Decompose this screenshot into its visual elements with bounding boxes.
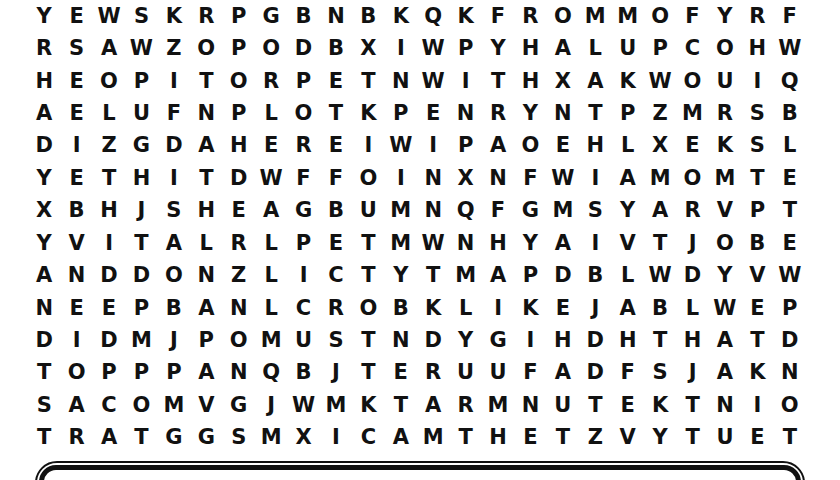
grid-cell[interactable]: R — [223, 227, 255, 259]
grid-cell[interactable]: O — [190, 32, 222, 64]
grid-cell[interactable]: T — [417, 259, 449, 291]
grid-cell[interactable]: E — [547, 292, 579, 324]
grid-cell[interactable]: T — [579, 97, 611, 129]
grid-cell[interactable]: U — [449, 357, 481, 389]
grid-cell[interactable]: W — [93, 0, 125, 32]
grid-cell[interactable]: Y — [449, 324, 481, 356]
grid-cell[interactable]: U — [482, 357, 514, 389]
grid-cell[interactable]: G — [514, 195, 546, 227]
grid-cell[interactable]: N — [385, 324, 417, 356]
grid-cell[interactable]: E — [612, 389, 644, 421]
grid-cell[interactable]: W — [774, 32, 806, 64]
grid-cell[interactable]: O — [709, 227, 741, 259]
grid-cell[interactable]: P — [514, 259, 546, 291]
grid-cell[interactable]: B — [385, 292, 417, 324]
grid-cell[interactable]: N — [449, 227, 481, 259]
grid-cell[interactable]: H — [190, 195, 222, 227]
grid-cell[interactable]: P — [223, 97, 255, 129]
grid-cell[interactable]: T — [774, 422, 806, 454]
grid-cell[interactable]: H — [28, 65, 60, 97]
grid-cell[interactable]: O — [514, 130, 546, 162]
grid-cell[interactable]: I — [417, 130, 449, 162]
grid-cell[interactable]: P — [741, 195, 773, 227]
grid-cell[interactable]: Z — [644, 97, 676, 129]
grid-cell[interactable]: W — [709, 292, 741, 324]
grid-cell[interactable]: F — [482, 195, 514, 227]
grid-cell[interactable]: W — [644, 259, 676, 291]
grid-cell[interactable]: Y — [28, 0, 60, 32]
grid-cell[interactable]: S — [579, 195, 611, 227]
grid-cell[interactable]: X — [547, 65, 579, 97]
grid-cell[interactable]: J — [320, 357, 352, 389]
grid-cell[interactable]: D — [28, 324, 60, 356]
grid-cell[interactable]: Y — [28, 227, 60, 259]
grid-cell[interactable]: A — [93, 422, 125, 454]
grid-cell[interactable]: Y — [28, 162, 60, 194]
grid-cell[interactable]: O — [125, 389, 157, 421]
grid-cell[interactable]: K — [741, 357, 773, 389]
grid-cell[interactable]: D — [223, 162, 255, 194]
grid-cell[interactable]: A — [190, 130, 222, 162]
grid-cell[interactable]: A — [709, 324, 741, 356]
grid-cell[interactable]: A — [28, 259, 60, 291]
grid-cell[interactable]: P — [223, 0, 255, 32]
grid-cell[interactable]: O — [287, 97, 319, 129]
grid-cell[interactable]: L — [449, 292, 481, 324]
grid-cell[interactable]: X — [28, 195, 60, 227]
grid-cell[interactable]: D — [158, 130, 190, 162]
grid-cell[interactable]: I — [93, 227, 125, 259]
grid-cell[interactable]: T — [93, 162, 125, 194]
grid-cell[interactable]: C — [352, 422, 384, 454]
grid-cell[interactable]: F — [676, 0, 708, 32]
grid-cell[interactable]: E — [320, 130, 352, 162]
grid-cell[interactable]: S — [223, 422, 255, 454]
grid-cell[interactable]: N — [417, 195, 449, 227]
grid-cell[interactable]: T — [644, 324, 676, 356]
grid-cell[interactable]: W — [644, 65, 676, 97]
grid-cell[interactable]: H — [93, 195, 125, 227]
grid-cell[interactable]: M — [417, 422, 449, 454]
grid-cell[interactable]: O — [676, 162, 708, 194]
grid-cell[interactable]: I — [60, 324, 92, 356]
grid-cell[interactable]: K — [352, 97, 384, 129]
grid-cell[interactable]: B — [741, 227, 773, 259]
grid-cell[interactable]: W — [385, 130, 417, 162]
grid-cell[interactable]: P — [287, 227, 319, 259]
grid-cell[interactable]: T — [676, 389, 708, 421]
grid-cell[interactable]: U — [612, 32, 644, 64]
grid-cell[interactable]: A — [579, 65, 611, 97]
grid-cell[interactable]: B — [158, 292, 190, 324]
grid-cell[interactable]: I — [741, 65, 773, 97]
grid-cell[interactable]: K — [514, 292, 546, 324]
grid-cell[interactable]: P — [223, 32, 255, 64]
grid-cell[interactable]: A — [644, 195, 676, 227]
grid-cell[interactable]: L — [255, 259, 287, 291]
grid-cell[interactable]: M — [547, 195, 579, 227]
grid-cell[interactable]: Y — [482, 32, 514, 64]
grid-cell[interactable]: E — [385, 357, 417, 389]
grid-cell[interactable]: R — [709, 97, 741, 129]
grid-cell[interactable]: P — [93, 357, 125, 389]
grid-cell[interactable]: U — [709, 422, 741, 454]
grid-cell[interactable]: O — [352, 292, 384, 324]
grid-cell[interactable]: Z — [93, 130, 125, 162]
grid-cell[interactable]: C — [320, 259, 352, 291]
grid-cell[interactable]: O — [547, 0, 579, 32]
grid-cell[interactable]: H — [125, 162, 157, 194]
grid-cell[interactable]: S — [741, 97, 773, 129]
grid-cell[interactable]: K — [352, 389, 384, 421]
grid-cell[interactable]: V — [612, 227, 644, 259]
grid-cell[interactable]: H — [514, 65, 546, 97]
grid-cell[interactable]: N — [223, 357, 255, 389]
grid-cell[interactable]: V — [741, 259, 773, 291]
grid-cell[interactable]: A — [547, 357, 579, 389]
grid-cell[interactable]: N — [547, 97, 579, 129]
grid-cell[interactable]: E — [676, 130, 708, 162]
grid-cell[interactable]: M — [320, 389, 352, 421]
grid-cell[interactable]: T — [352, 357, 384, 389]
grid-cell[interactable]: A — [93, 32, 125, 64]
grid-cell[interactable]: M — [255, 324, 287, 356]
grid-cell[interactable]: T — [644, 227, 676, 259]
grid-cell[interactable]: A — [482, 130, 514, 162]
grid-cell[interactable]: Y — [514, 97, 546, 129]
grid-cell[interactable]: N — [385, 65, 417, 97]
grid-cell[interactable]: T — [676, 422, 708, 454]
grid-cell[interactable]: S — [644, 357, 676, 389]
grid-cell[interactable]: F — [287, 162, 319, 194]
grid-cell[interactable]: W — [774, 259, 806, 291]
grid-cell[interactable]: H — [612, 324, 644, 356]
grid-cell[interactable]: P — [125, 65, 157, 97]
grid-cell[interactable]: X — [449, 162, 481, 194]
grid-cell[interactable]: I — [60, 130, 92, 162]
grid-cell[interactable]: C — [287, 292, 319, 324]
grid-cell[interactable]: E — [320, 227, 352, 259]
grid-cell[interactable]: I — [158, 162, 190, 194]
grid-cell[interactable]: B — [774, 97, 806, 129]
grid-cell[interactable]: W — [547, 162, 579, 194]
grid-cell[interactable]: K — [417, 292, 449, 324]
grid-cell[interactable]: I — [320, 422, 352, 454]
grid-cell[interactable]: W — [125, 32, 157, 64]
grid-cell[interactable]: U — [547, 389, 579, 421]
grid-cell[interactable]: T — [547, 422, 579, 454]
grid-cell[interactable]: Y — [644, 422, 676, 454]
grid-cell[interactable]: M — [255, 422, 287, 454]
grid-cell[interactable]: T — [320, 97, 352, 129]
grid-cell[interactable]: F — [158, 97, 190, 129]
grid-cell[interactable]: N — [190, 259, 222, 291]
grid-cell[interactable]: S — [158, 195, 190, 227]
grid-cell[interactable]: E — [547, 130, 579, 162]
grid-cell[interactable]: V — [709, 195, 741, 227]
grid-cell[interactable]: A — [60, 389, 92, 421]
grid-cell[interactable]: L — [676, 292, 708, 324]
grid-cell[interactable]: Q — [417, 0, 449, 32]
grid-cell[interactable]: E — [774, 162, 806, 194]
grid-cell[interactable]: Y — [385, 259, 417, 291]
grid-cell[interactable]: M — [612, 0, 644, 32]
grid-cell[interactable]: M — [125, 324, 157, 356]
grid-cell[interactable]: E — [223, 195, 255, 227]
grid-cell[interactable]: R — [676, 195, 708, 227]
grid-cell[interactable]: A — [547, 32, 579, 64]
grid-cell[interactable]: D — [287, 32, 319, 64]
grid-cell[interactable]: A — [547, 227, 579, 259]
grid-cell[interactable]: N — [514, 389, 546, 421]
grid-cell[interactable]: P — [449, 32, 481, 64]
grid-cell[interactable]: T — [482, 65, 514, 97]
grid-cell[interactable]: D — [28, 130, 60, 162]
grid-cell[interactable]: O — [223, 324, 255, 356]
grid-cell[interactable]: T — [190, 65, 222, 97]
grid-cell[interactable]: P — [125, 292, 157, 324]
grid-cell[interactable]: V — [190, 389, 222, 421]
grid-cell[interactable]: K — [158, 0, 190, 32]
grid-cell[interactable]: K — [644, 389, 676, 421]
grid-cell[interactable]: H — [482, 227, 514, 259]
grid-cell[interactable]: R — [482, 97, 514, 129]
grid-cell[interactable]: F — [514, 162, 546, 194]
grid-cell[interactable]: N — [417, 162, 449, 194]
grid-cell[interactable]: W — [417, 65, 449, 97]
grid-cell[interactable]: T — [579, 389, 611, 421]
grid-cell[interactable]: W — [417, 32, 449, 64]
grid-cell[interactable]: Y — [709, 0, 741, 32]
grid-cell[interactable]: I — [449, 65, 481, 97]
grid-cell[interactable]: T — [190, 162, 222, 194]
grid-cell[interactable]: X — [644, 130, 676, 162]
grid-cell[interactable]: Z — [579, 422, 611, 454]
grid-cell[interactable]: N — [482, 162, 514, 194]
grid-cell[interactable]: U — [125, 97, 157, 129]
grid-cell[interactable]: B — [579, 259, 611, 291]
grid-cell[interactable]: S — [28, 389, 60, 421]
grid-cell[interactable]: H — [514, 32, 546, 64]
grid-cell[interactable]: R — [449, 389, 481, 421]
grid-cell[interactable]: N — [28, 292, 60, 324]
grid-cell[interactable]: J — [255, 389, 287, 421]
grid-cell[interactable]: M — [709, 162, 741, 194]
grid-cell[interactable]: A — [190, 292, 222, 324]
grid-cell[interactable]: T — [352, 259, 384, 291]
grid-cell[interactable]: Q — [774, 65, 806, 97]
grid-cell[interactable]: P — [125, 357, 157, 389]
grid-cell[interactable]: I — [352, 130, 384, 162]
grid-cell[interactable]: T — [449, 422, 481, 454]
grid-cell[interactable]: E — [60, 97, 92, 129]
grid-cell[interactable]: Q — [255, 357, 287, 389]
grid-cell[interactable]: Q — [449, 195, 481, 227]
grid-cell[interactable]: H — [741, 32, 773, 64]
grid-cell[interactable]: E — [60, 65, 92, 97]
grid-cell[interactable]: H — [579, 130, 611, 162]
grid-cell[interactable]: L — [612, 130, 644, 162]
grid-cell[interactable]: M — [676, 97, 708, 129]
grid-cell[interactable]: N — [774, 357, 806, 389]
grid-cell[interactable]: I — [385, 162, 417, 194]
grid-cell[interactable]: O — [158, 259, 190, 291]
grid-cell[interactable]: G — [482, 324, 514, 356]
grid-cell[interactable]: T — [385, 389, 417, 421]
grid-cell[interactable]: W — [417, 227, 449, 259]
grid-cell[interactable]: N — [60, 259, 92, 291]
grid-cell[interactable]: S — [60, 32, 92, 64]
grid-cell[interactable]: E — [320, 65, 352, 97]
grid-cell[interactable]: C — [93, 389, 125, 421]
grid-cell[interactable]: N — [709, 389, 741, 421]
grid-cell[interactable]: A — [28, 97, 60, 129]
grid-cell[interactable]: B — [287, 357, 319, 389]
grid-cell[interactable]: X — [352, 32, 384, 64]
grid-cell[interactable]: F — [514, 357, 546, 389]
grid-cell[interactable]: T — [28, 422, 60, 454]
grid-cell[interactable]: N — [190, 97, 222, 129]
grid-cell[interactable]: U — [287, 324, 319, 356]
grid-cell[interactable]: V — [60, 227, 92, 259]
grid-cell[interactable]: U — [352, 195, 384, 227]
grid-cell[interactable]: O — [93, 65, 125, 97]
grid-cell[interactable]: J — [158, 324, 190, 356]
grid-cell[interactable]: R — [417, 357, 449, 389]
grid-cell[interactable]: R — [255, 65, 287, 97]
grid-cell[interactable]: M — [644, 162, 676, 194]
grid-cell[interactable]: R — [60, 422, 92, 454]
grid-cell[interactable]: A — [385, 422, 417, 454]
grid-cell[interactable]: T — [28, 357, 60, 389]
grid-cell[interactable]: H — [676, 324, 708, 356]
grid-cell[interactable]: B — [320, 195, 352, 227]
grid-cell[interactable]: N — [223, 292, 255, 324]
grid-cell[interactable]: L — [612, 259, 644, 291]
grid-cell[interactable]: P — [158, 357, 190, 389]
grid-cell[interactable]: T — [125, 227, 157, 259]
grid-cell[interactable]: D — [93, 259, 125, 291]
grid-cell[interactable]: L — [774, 130, 806, 162]
grid-cell[interactable]: I — [579, 162, 611, 194]
grid-cell[interactable]: M — [158, 389, 190, 421]
grid-cell[interactable]: E — [255, 130, 287, 162]
grid-cell[interactable]: M — [449, 259, 481, 291]
grid-cell[interactable]: T — [741, 162, 773, 194]
grid-cell[interactable]: F — [320, 162, 352, 194]
grid-cell[interactable]: G — [125, 130, 157, 162]
grid-cell[interactable]: E — [60, 292, 92, 324]
grid-cell[interactable]: L — [579, 32, 611, 64]
grid-cell[interactable]: P — [190, 324, 222, 356]
grid-cell[interactable]: L — [255, 227, 287, 259]
grid-cell[interactable]: G — [255, 0, 287, 32]
grid-cell[interactable]: A — [190, 357, 222, 389]
grid-cell[interactable]: J — [676, 227, 708, 259]
grid-cell[interactable]: T — [352, 65, 384, 97]
grid-cell[interactable]: E — [741, 422, 773, 454]
grid-cell[interactable]: P — [644, 32, 676, 64]
grid-cell[interactable]: T — [774, 195, 806, 227]
grid-cell[interactable]: K — [709, 130, 741, 162]
grid-cell[interactable]: I — [579, 227, 611, 259]
grid-cell[interactable]: M — [482, 389, 514, 421]
grid-cell[interactable]: K — [385, 0, 417, 32]
grid-cell[interactable]: B — [287, 0, 319, 32]
grid-cell[interactable]: G — [223, 389, 255, 421]
grid-cell[interactable]: A — [158, 227, 190, 259]
grid-cell[interactable]: I — [482, 292, 514, 324]
grid-cell[interactable]: O — [774, 389, 806, 421]
grid-cell[interactable]: V — [612, 422, 644, 454]
grid-cell[interactable]: O — [223, 65, 255, 97]
grid-cell[interactable]: S — [741, 130, 773, 162]
grid-cell[interactable]: A — [482, 259, 514, 291]
grid-cell[interactable]: T — [352, 324, 384, 356]
grid-cell[interactable]: E — [417, 97, 449, 129]
grid-cell[interactable]: D — [579, 357, 611, 389]
grid-cell[interactable]: F — [774, 0, 806, 32]
grid-cell[interactable]: R — [190, 0, 222, 32]
grid-cell[interactable]: W — [287, 389, 319, 421]
grid-cell[interactable]: H — [482, 422, 514, 454]
grid-cell[interactable]: L — [93, 97, 125, 129]
grid-cell[interactable]: B — [352, 0, 384, 32]
grid-cell[interactable]: I — [741, 389, 773, 421]
grid-cell[interactable]: D — [547, 259, 579, 291]
grid-cell[interactable]: G — [287, 195, 319, 227]
grid-cell[interactable]: B — [60, 195, 92, 227]
grid-cell[interactable]: A — [709, 357, 741, 389]
grid-cell[interactable]: D — [774, 324, 806, 356]
grid-cell[interactable]: S — [125, 0, 157, 32]
grid-cell[interactable]: O — [709, 32, 741, 64]
grid-cell[interactable]: K — [449, 0, 481, 32]
grid-cell[interactable]: G — [190, 422, 222, 454]
grid-cell[interactable]: A — [612, 162, 644, 194]
grid-cell[interactable]: J — [579, 292, 611, 324]
grid-cell[interactable]: W — [255, 162, 287, 194]
grid-cell[interactable]: J — [676, 357, 708, 389]
grid-cell[interactable]: S — [320, 324, 352, 356]
grid-cell[interactable]: I — [385, 32, 417, 64]
grid-cell[interactable]: I — [158, 65, 190, 97]
grid-cell[interactable]: Y — [612, 195, 644, 227]
grid-cell[interactable]: N — [449, 97, 481, 129]
grid-cell[interactable]: N — [320, 0, 352, 32]
grid-cell[interactable]: F — [612, 357, 644, 389]
grid-cell[interactable]: E — [60, 162, 92, 194]
grid-cell[interactable]: T — [352, 227, 384, 259]
grid-cell[interactable]: A — [417, 389, 449, 421]
grid-cell[interactable]: P — [449, 130, 481, 162]
grid-cell[interactable]: Z — [223, 259, 255, 291]
grid-cell[interactable]: D — [125, 259, 157, 291]
grid-cell[interactable]: Z — [158, 32, 190, 64]
grid-cell[interactable]: R — [28, 32, 60, 64]
grid-cell[interactable]: L — [255, 97, 287, 129]
grid-cell[interactable]: O — [352, 162, 384, 194]
grid-cell[interactable]: P — [287, 65, 319, 97]
grid-cell[interactable]: X — [287, 422, 319, 454]
grid-cell[interactable]: P — [774, 292, 806, 324]
grid-cell[interactable]: M — [385, 195, 417, 227]
grid-cell[interactable]: P — [385, 97, 417, 129]
grid-cell[interactable]: B — [644, 292, 676, 324]
grid-cell[interactable]: R — [514, 0, 546, 32]
grid-cell[interactable]: E — [774, 227, 806, 259]
grid-cell[interactable]: K — [612, 65, 644, 97]
